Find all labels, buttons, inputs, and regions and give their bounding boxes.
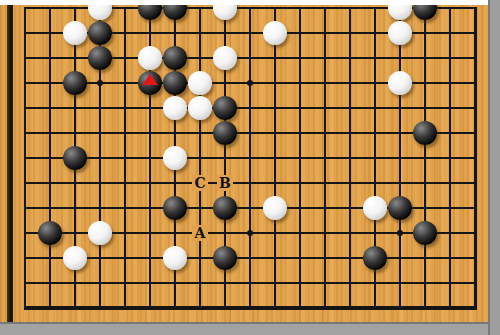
- go-board-view: CBA: [0, 0, 500, 335]
- white-stone: [263, 196, 287, 220]
- grid-line-horizontal: [24, 132, 477, 134]
- white-stone: [163, 246, 187, 270]
- black-stone: [213, 121, 237, 145]
- white-stone: [188, 96, 212, 120]
- white-stone: [213, 46, 237, 70]
- grid-line-horizontal: [24, 257, 477, 259]
- black-stone: [38, 221, 62, 245]
- white-stone: [88, 5, 112, 20]
- grid-line-horizontal: [24, 107, 477, 109]
- black-stone: [138, 5, 162, 20]
- white-stone: [163, 146, 187, 170]
- goban[interactable]: CBA: [0, 5, 488, 322]
- black-stone: [88, 46, 112, 70]
- black-stone: [88, 21, 112, 45]
- white-stone: [213, 5, 237, 20]
- point-label-b[interactable]: B: [217, 175, 233, 191]
- white-stone: [263, 21, 287, 45]
- white-stone: [388, 21, 412, 45]
- window-edge-right: [488, 0, 500, 335]
- triangle-mark: [142, 74, 158, 85]
- star-point: [247, 80, 253, 86]
- board-left-bevel: [7, 5, 13, 322]
- white-stone: [63, 21, 87, 45]
- black-stone: [413, 121, 437, 145]
- black-stone: [163, 5, 187, 20]
- grid-line-horizontal: [24, 182, 477, 184]
- window-edge-bottom: [0, 322, 488, 335]
- black-stone: [63, 71, 87, 95]
- white-stone: [163, 96, 187, 120]
- white-stone: [388, 71, 412, 95]
- grid-line-horizontal: [24, 157, 477, 159]
- star-point: [397, 230, 403, 236]
- white-stone: [88, 221, 112, 245]
- grid-line-horizontal: [24, 282, 477, 284]
- black-stone: [413, 221, 437, 245]
- black-stone: [163, 46, 187, 70]
- black-stone: [213, 246, 237, 270]
- white-stone: [188, 71, 212, 95]
- star-point: [97, 80, 103, 86]
- black-stone: [363, 246, 387, 270]
- white-stone: [138, 46, 162, 70]
- white-stone: [388, 5, 412, 20]
- black-stone: [413, 5, 437, 20]
- white-stone: [363, 196, 387, 220]
- black-stone: [388, 196, 412, 220]
- star-point: [247, 230, 253, 236]
- black-stone: [213, 96, 237, 120]
- black-stone: [213, 196, 237, 220]
- grid-line-horizontal: [24, 306, 477, 310]
- point-label-a[interactable]: A: [192, 225, 208, 241]
- black-stone: [163, 71, 187, 95]
- white-stone: [63, 246, 87, 270]
- black-stone: [63, 146, 87, 170]
- point-label-c[interactable]: C: [192, 175, 208, 191]
- black-stone: [163, 196, 187, 220]
